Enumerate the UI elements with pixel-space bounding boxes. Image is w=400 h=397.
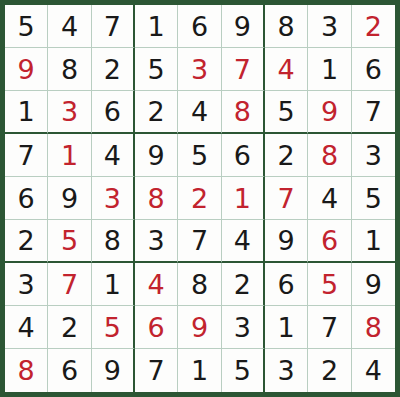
cell-r9c2[interactable]: 6	[48, 349, 91, 392]
cell-r9c1[interactable]: 8	[5, 349, 48, 392]
cell-r3c6[interactable]: 8	[222, 91, 265, 134]
cell-r1c9[interactable]: 2	[352, 5, 395, 48]
cell-r8c8[interactable]: 7	[308, 306, 351, 349]
cell-r2c9[interactable]: 6	[352, 48, 395, 91]
cell-r1c3[interactable]: 7	[92, 5, 135, 48]
cell-r3c9[interactable]: 7	[352, 91, 395, 134]
cell-r1c2[interactable]: 4	[48, 5, 91, 48]
cell-r8c7[interactable]: 1	[265, 306, 308, 349]
cell-r3c2[interactable]: 3	[48, 91, 91, 134]
cell-r5c8[interactable]: 4	[308, 177, 351, 220]
cell-r9c4[interactable]: 7	[135, 349, 178, 392]
cell-r5c1[interactable]: 6	[5, 177, 48, 220]
cell-r9c3[interactable]: 9	[92, 349, 135, 392]
cell-r2c5[interactable]: 3	[178, 48, 221, 91]
cell-r8c3[interactable]: 5	[92, 306, 135, 349]
cell-r9c7[interactable]: 3	[265, 349, 308, 392]
cell-r8c2[interactable]: 2	[48, 306, 91, 349]
cell-r3c5[interactable]: 4	[178, 91, 221, 134]
cell-r8c9[interactable]: 8	[352, 306, 395, 349]
cell-r6c3[interactable]: 8	[92, 220, 135, 263]
cell-r3c8[interactable]: 9	[308, 91, 351, 134]
cell-r5c2[interactable]: 9	[48, 177, 91, 220]
cell-r8c6[interactable]: 3	[222, 306, 265, 349]
cell-r6c2[interactable]: 5	[48, 220, 91, 263]
cell-r3c4[interactable]: 2	[135, 91, 178, 134]
cell-r2c2[interactable]: 8	[48, 48, 91, 91]
cell-r2c4[interactable]: 5	[135, 48, 178, 91]
cell-r6c1[interactable]: 2	[5, 220, 48, 263]
cell-r6c6[interactable]: 4	[222, 220, 265, 263]
cell-r1c6[interactable]: 9	[222, 5, 265, 48]
cell-r1c4[interactable]: 1	[135, 5, 178, 48]
cell-r8c4[interactable]: 6	[135, 306, 178, 349]
cell-r9c8[interactable]: 2	[308, 349, 351, 392]
cell-r2c3[interactable]: 2	[92, 48, 135, 91]
cell-r2c1[interactable]: 9	[5, 48, 48, 91]
cell-r4c1[interactable]: 7	[5, 134, 48, 177]
cell-r7c6[interactable]: 2	[222, 263, 265, 306]
cell-r7c4[interactable]: 4	[135, 263, 178, 306]
cell-r5c4[interactable]: 8	[135, 177, 178, 220]
cell-r5c7[interactable]: 7	[265, 177, 308, 220]
cell-r4c9[interactable]: 3	[352, 134, 395, 177]
cell-r4c3[interactable]: 4	[92, 134, 135, 177]
cell-r7c9[interactable]: 9	[352, 263, 395, 306]
cell-r1c8[interactable]: 3	[308, 5, 351, 48]
cell-r6c4[interactable]: 3	[135, 220, 178, 263]
cell-r4c5[interactable]: 5	[178, 134, 221, 177]
cell-r3c1[interactable]: 1	[5, 91, 48, 134]
cell-r5c6[interactable]: 1	[222, 177, 265, 220]
cell-r2c8[interactable]: 1	[308, 48, 351, 91]
cell-r2c6[interactable]: 7	[222, 48, 265, 91]
cell-r4c6[interactable]: 6	[222, 134, 265, 177]
cell-r4c7[interactable]: 2	[265, 134, 308, 177]
cell-r4c8[interactable]: 8	[308, 134, 351, 177]
sudoku-board: 5471698329825374161362485977149562836938…	[0, 0, 400, 397]
cell-r6c9[interactable]: 1	[352, 220, 395, 263]
cell-r4c2[interactable]: 1	[48, 134, 91, 177]
cell-r7c5[interactable]: 8	[178, 263, 221, 306]
cell-r9c6[interactable]: 5	[222, 349, 265, 392]
cell-r7c3[interactable]: 1	[92, 263, 135, 306]
cell-r6c5[interactable]: 7	[178, 220, 221, 263]
cell-r6c8[interactable]: 6	[308, 220, 351, 263]
cell-r7c8[interactable]: 5	[308, 263, 351, 306]
cell-r4c4[interactable]: 9	[135, 134, 178, 177]
cell-r8c1[interactable]: 4	[5, 306, 48, 349]
cell-r7c1[interactable]: 3	[5, 263, 48, 306]
cell-r7c7[interactable]: 6	[265, 263, 308, 306]
cell-r1c1[interactable]: 5	[5, 5, 48, 48]
cell-r5c3[interactable]: 3	[92, 177, 135, 220]
cell-r1c5[interactable]: 6	[178, 5, 221, 48]
cell-r5c5[interactable]: 2	[178, 177, 221, 220]
cell-r9c9[interactable]: 4	[352, 349, 395, 392]
cell-r3c3[interactable]: 6	[92, 91, 135, 134]
cell-r5c9[interactable]: 5	[352, 177, 395, 220]
cell-r9c5[interactable]: 1	[178, 349, 221, 392]
cell-r2c7[interactable]: 4	[265, 48, 308, 91]
cell-r6c7[interactable]: 9	[265, 220, 308, 263]
cell-r8c5[interactable]: 9	[178, 306, 221, 349]
cell-r7c2[interactable]: 7	[48, 263, 91, 306]
cell-r1c7[interactable]: 8	[265, 5, 308, 48]
cell-r3c7[interactable]: 5	[265, 91, 308, 134]
